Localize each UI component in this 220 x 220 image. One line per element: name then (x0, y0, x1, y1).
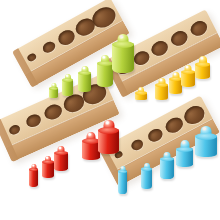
socket-hole (169, 28, 191, 48)
cylinder-body (118, 170, 127, 194)
socket-hole (188, 18, 210, 38)
red-cylinder-5 (98, 120, 119, 154)
socket-hole (24, 112, 43, 129)
socket-hole (26, 52, 37, 62)
cylinder-top-ellipse (49, 87, 58, 90)
socket-hole (8, 123, 22, 136)
red-cylinder-3 (54, 146, 68, 171)
red-cylinder-1 (29, 164, 38, 187)
socket-hole (132, 49, 152, 68)
cylinder-top-ellipse (141, 167, 152, 171)
green-cylinder-4 (97, 55, 113, 87)
yellow-cylinder-5 (195, 56, 210, 79)
cylinder-top-ellipse (181, 70, 195, 74)
socket-hole (42, 102, 64, 122)
green-cylinder-1 (49, 83, 58, 98)
blue-cylinder-1 (118, 166, 127, 194)
cylinder-body (78, 72, 91, 92)
yellow-cylinder-1 (135, 87, 147, 100)
blue-cylinder-3 (160, 152, 174, 179)
socket-hole (130, 138, 145, 152)
cylinder-top-ellipse (118, 170, 127, 173)
cylinder-body (141, 168, 152, 189)
red-cylinder-2 (42, 156, 54, 178)
socket-hole (163, 115, 185, 136)
socket-hole (56, 27, 78, 47)
cylinder-top-ellipse (78, 71, 91, 75)
cylinder-top-ellipse (155, 83, 168, 87)
green-cylinder-5 (112, 34, 134, 73)
cylinder-top-ellipse (98, 127, 119, 134)
cylinder-top-ellipse (112, 41, 134, 48)
cylinder-top-ellipse (42, 160, 54, 164)
cylinder-body (160, 158, 174, 179)
cylinder-top-ellipse (195, 62, 210, 67)
cylinder-top-ellipse (54, 151, 68, 155)
scene-stage (0, 0, 220, 220)
blue-cylinder-5 (195, 126, 217, 157)
cylinder-top-ellipse (62, 78, 73, 82)
socket-hole (149, 38, 171, 58)
cylinder-top-ellipse (176, 147, 193, 152)
blue-cylinder-4 (176, 140, 193, 167)
cylinder-top-ellipse (160, 157, 174, 161)
yellow-cylinder-4 (181, 65, 195, 87)
yellow-cylinder-2 (155, 78, 168, 100)
green-cylinder-3 (78, 66, 91, 92)
socket-hole (41, 40, 57, 55)
green-cylinder-2 (62, 74, 73, 96)
cylinder-top-ellipse (195, 133, 217, 140)
blue-cylinder-2 (141, 163, 152, 189)
cylinder-top-ellipse (29, 168, 38, 171)
socket-hole (146, 126, 165, 144)
cylinder-top-ellipse (97, 61, 113, 66)
cylinder-top-ellipse (135, 91, 147, 95)
